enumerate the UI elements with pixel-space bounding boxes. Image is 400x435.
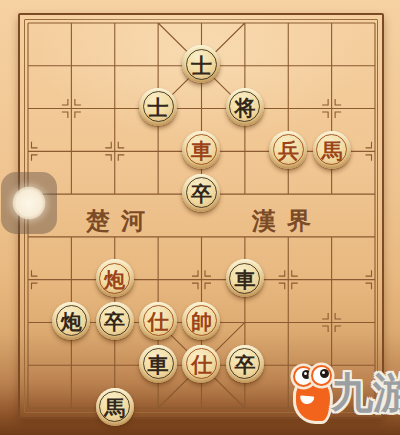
piece-glyph: 仕: [148, 311, 169, 332]
piece-glyph: 将: [234, 97, 255, 118]
piece-glyph: 炮: [104, 268, 125, 289]
mascot-pupil: [320, 369, 329, 378]
piece-glyph: 仕: [191, 354, 212, 375]
piece-red-general[interactable]: 帥: [182, 302, 220, 340]
floating-button-dot: [13, 187, 46, 220]
piece-glyph: 馬: [321, 140, 342, 161]
piece-glyph: 卒: [104, 311, 125, 332]
piece-glyph: 卒: [234, 354, 255, 375]
piece-red-chariot[interactable]: 車: [182, 131, 220, 169]
jiuyou-brand-text: 九游: [331, 372, 400, 414]
piece-glyph: 帥: [191, 311, 212, 332]
jiuyou-mascot-icon: [287, 366, 333, 422]
mascot-eye-glint: [304, 372, 307, 375]
piece-black-chariot[interactable]: 車: [226, 259, 264, 297]
piece-glyph: 卒: [191, 183, 212, 204]
piece-black-cannon[interactable]: 炮: [52, 302, 90, 340]
piece-black-horse[interactable]: 馬: [96, 388, 134, 426]
piece-red-cannon[interactable]: 炮: [96, 259, 134, 297]
piece-glyph: 士: [191, 54, 212, 75]
piece-glyph: 車: [191, 140, 212, 161]
piece-glyph: 士: [148, 97, 169, 118]
piece-glyph: 車: [234, 268, 255, 289]
piece-glyph: 兵: [278, 140, 299, 161]
piece-glyph: 炮: [61, 311, 82, 332]
mascot-pupil: [302, 370, 311, 379]
jiuyou-watermark: 九游: [283, 360, 400, 430]
piece-red-advisor[interactable]: 仕: [182, 345, 220, 383]
piece-black-chariot[interactable]: 車: [139, 345, 177, 383]
screenshot-root: 楚河 漢界 士士将車兵馬卒炮車炮卒仕帥車仕卒馬 九游: [0, 0, 400, 435]
floating-assistive-button[interactable]: [1, 172, 57, 234]
piece-red-advisor[interactable]: 仕: [139, 302, 177, 340]
piece-glyph: 車: [148, 354, 169, 375]
piece-black-advisor[interactable]: 士: [182, 45, 220, 83]
piece-black-soldier[interactable]: 卒: [96, 302, 134, 340]
piece-black-general[interactable]: 将: [226, 88, 264, 126]
piece-black-soldier[interactable]: 卒: [182, 174, 220, 212]
piece-red-horse[interactable]: 馬: [313, 131, 351, 169]
mascot-right-eye-icon: [311, 365, 332, 386]
mascot-eye-glint: [322, 371, 325, 374]
piece-black-soldier[interactable]: 卒: [226, 345, 264, 383]
piece-black-advisor[interactable]: 士: [139, 88, 177, 126]
piece-red-soldier[interactable]: 兵: [269, 131, 307, 169]
piece-glyph: 馬: [104, 397, 125, 418]
